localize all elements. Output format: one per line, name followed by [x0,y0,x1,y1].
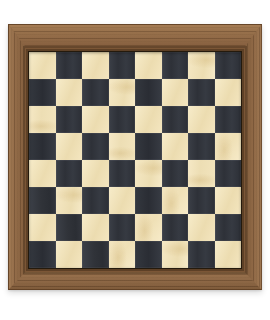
chessboard [8,24,262,290]
square-a6 [29,106,56,133]
square-c1 [82,241,109,268]
square-b1 [56,241,83,268]
frame-rail-top [8,24,262,52]
square-e2 [135,214,162,241]
square-a1 [29,241,56,268]
square-e6 [135,106,162,133]
square-f8 [162,52,189,79]
square-d5 [109,133,136,160]
square-a3 [29,187,56,214]
square-g6 [188,106,215,133]
square-f7 [162,79,189,106]
square-c5 [82,133,109,160]
square-h6 [215,106,242,133]
square-h7 [215,79,242,106]
square-d3 [109,187,136,214]
square-c7 [82,79,109,106]
square-e1 [135,241,162,268]
square-f1 [162,241,189,268]
square-e5 [135,133,162,160]
square-h3 [215,187,242,214]
square-g5 [188,133,215,160]
square-f3 [162,187,189,214]
square-h5 [215,133,242,160]
product-photo [0,0,270,320]
square-b7 [56,79,83,106]
square-g1 [188,241,215,268]
square-a5 [29,133,56,160]
square-b6 [56,106,83,133]
square-a8 [29,52,56,79]
square-a2 [29,214,56,241]
square-b8 [56,52,83,79]
square-h1 [215,241,242,268]
square-e8 [135,52,162,79]
square-h8 [215,52,242,79]
square-g3 [188,187,215,214]
frame-rail-left [8,24,29,290]
square-b2 [56,214,83,241]
square-b4 [56,160,83,187]
square-b5 [56,133,83,160]
square-d4 [109,160,136,187]
square-a7 [29,79,56,106]
square-f4 [162,160,189,187]
square-g8 [188,52,215,79]
square-e3 [135,187,162,214]
square-f5 [162,133,189,160]
square-f2 [162,214,189,241]
square-d8 [109,52,136,79]
square-g2 [188,214,215,241]
square-f6 [162,106,189,133]
playing-area [29,52,241,268]
square-h2 [215,214,242,241]
square-d2 [109,214,136,241]
square-e7 [135,79,162,106]
square-d7 [109,79,136,106]
square-c6 [82,106,109,133]
square-c8 [82,52,109,79]
square-g4 [188,160,215,187]
square-c2 [82,214,109,241]
square-d6 [109,106,136,133]
square-d1 [109,241,136,268]
square-b3 [56,187,83,214]
square-h4 [215,160,242,187]
frame-rail-right [241,24,262,290]
square-a4 [29,160,56,187]
frame-rail-bottom [8,268,262,290]
square-e4 [135,160,162,187]
square-c3 [82,187,109,214]
square-c4 [82,160,109,187]
square-g7 [188,79,215,106]
